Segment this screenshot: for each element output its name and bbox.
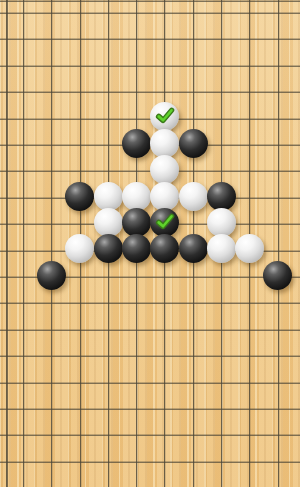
- stone-white: [94, 182, 123, 211]
- stone-white: [65, 234, 94, 263]
- last-move-check-icon: [153, 212, 176, 231]
- stone-white: [179, 182, 208, 211]
- stone-white: [150, 102, 179, 131]
- stone-white: [235, 234, 264, 263]
- stone-white: [150, 155, 179, 184]
- stone-black: [122, 129, 151, 158]
- stone-black: [122, 208, 151, 237]
- stone-black: [94, 234, 123, 263]
- stone-black: [179, 234, 208, 263]
- stone-white: [150, 129, 179, 158]
- stone-white: [94, 208, 123, 237]
- stone-black: [37, 261, 66, 290]
- board-edge-line: [7, 0, 8, 487]
- stone-black: [150, 208, 179, 237]
- gomoku-board[interactable]: [0, 0, 300, 487]
- stone-black: [122, 234, 151, 263]
- stone-white: [207, 234, 236, 263]
- stone-black: [65, 182, 94, 211]
- stone-black: [179, 129, 208, 158]
- stone-black: [263, 261, 292, 290]
- stone-white: [207, 208, 236, 237]
- stone-black: [150, 234, 179, 263]
- stone-white: [122, 182, 151, 211]
- last-move-check-icon: [153, 106, 176, 125]
- stone-white: [150, 182, 179, 211]
- stone-black: [207, 182, 236, 211]
